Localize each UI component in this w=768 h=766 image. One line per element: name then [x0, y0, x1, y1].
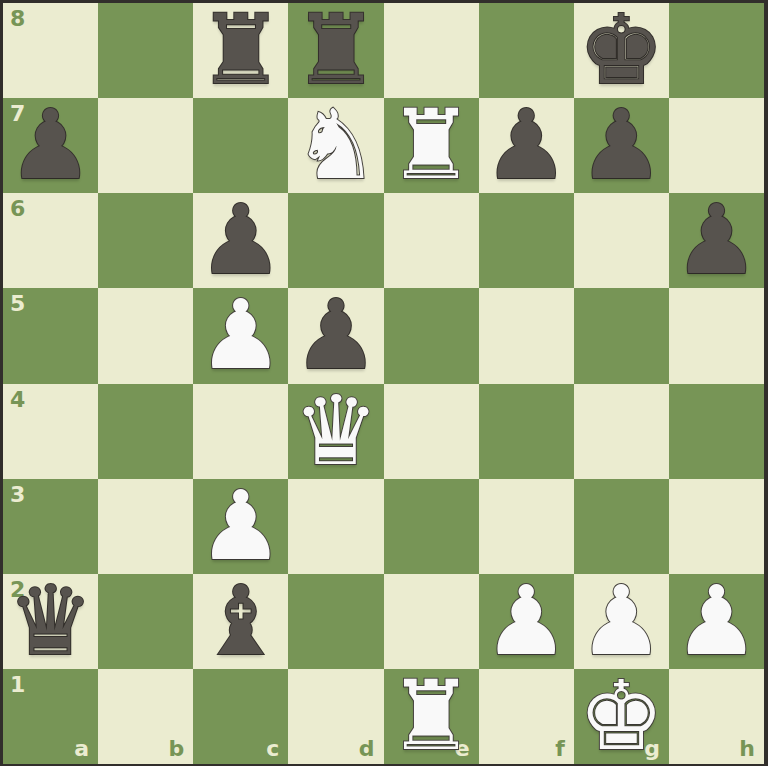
square-c2[interactable]: ♝ — [193, 574, 288, 669]
square-a2[interactable]: 2♛ — [3, 574, 98, 669]
white-rook: ♜ — [388, 98, 474, 193]
square-d2[interactable] — [288, 574, 383, 669]
square-g8[interactable]: ♚ — [574, 3, 669, 98]
square-c6[interactable]: ♟ — [193, 193, 288, 288]
square-f2[interactable]: ♟ — [479, 574, 574, 669]
white-pawn: ♟ — [483, 574, 569, 669]
black-pawn: ♟ — [673, 193, 759, 288]
square-h5[interactable] — [669, 288, 764, 383]
square-a3[interactable]: 3 — [3, 479, 98, 574]
white-rook: ♜ — [388, 669, 474, 764]
square-h6[interactable]: ♟ — [669, 193, 764, 288]
board-frame: 8♜♜♚7♟♞♜♟♟6♟♟5♟♟4♛3♟2♛♝♟♟♟1abcde♜fg♚h — [0, 0, 768, 766]
square-c8[interactable]: ♜ — [193, 3, 288, 98]
square-d7[interactable]: ♞ — [288, 98, 383, 193]
square-f8[interactable] — [479, 3, 574, 98]
square-h8[interactable] — [669, 3, 764, 98]
square-g6[interactable] — [574, 193, 669, 288]
file-label-f: f — [555, 738, 565, 760]
square-a1[interactable]: 1a — [3, 669, 98, 764]
square-e7[interactable]: ♜ — [384, 98, 479, 193]
black-queen: ♛ — [8, 574, 94, 669]
square-c5[interactable]: ♟ — [193, 288, 288, 383]
white-pawn: ♟ — [198, 479, 284, 574]
black-pawn: ♟ — [293, 288, 379, 383]
square-d6[interactable] — [288, 193, 383, 288]
square-e6[interactable] — [384, 193, 479, 288]
square-e3[interactable] — [384, 479, 479, 574]
square-c3[interactable]: ♟ — [193, 479, 288, 574]
black-bishop: ♝ — [198, 574, 284, 669]
square-e8[interactable] — [384, 3, 479, 98]
black-rook: ♜ — [293, 3, 379, 98]
rank-label-8: 8 — [10, 8, 25, 30]
square-d4[interactable]: ♛ — [288, 384, 383, 479]
square-d3[interactable] — [288, 479, 383, 574]
file-label-h: h — [739, 738, 755, 760]
square-f5[interactable] — [479, 288, 574, 383]
white-queen: ♛ — [293, 384, 379, 479]
square-e4[interactable] — [384, 384, 479, 479]
file-label-a: a — [74, 738, 89, 760]
square-h2[interactable]: ♟ — [669, 574, 764, 669]
square-h3[interactable] — [669, 479, 764, 574]
white-king: ♚ — [578, 669, 664, 764]
square-d1[interactable]: d — [288, 669, 383, 764]
square-e1[interactable]: e♜ — [384, 669, 479, 764]
square-f6[interactable] — [479, 193, 574, 288]
square-h4[interactable] — [669, 384, 764, 479]
square-a7[interactable]: 7♟ — [3, 98, 98, 193]
square-b5[interactable] — [98, 288, 193, 383]
white-pawn: ♟ — [673, 574, 759, 669]
square-f7[interactable]: ♟ — [479, 98, 574, 193]
square-d8[interactable]: ♜ — [288, 3, 383, 98]
square-f4[interactable] — [479, 384, 574, 479]
file-label-b: b — [169, 738, 185, 760]
black-king: ♚ — [578, 3, 664, 98]
white-pawn: ♟ — [198, 288, 284, 383]
square-g4[interactable] — [574, 384, 669, 479]
black-pawn: ♟ — [578, 98, 664, 193]
square-b4[interactable] — [98, 384, 193, 479]
square-f3[interactable] — [479, 479, 574, 574]
square-c1[interactable]: c — [193, 669, 288, 764]
square-d5[interactable]: ♟ — [288, 288, 383, 383]
square-h7[interactable] — [669, 98, 764, 193]
square-b8[interactable] — [98, 3, 193, 98]
square-a5[interactable]: 5 — [3, 288, 98, 383]
square-f1[interactable]: f — [479, 669, 574, 764]
square-c4[interactable] — [193, 384, 288, 479]
chess-board: 8♜♜♚7♟♞♜♟♟6♟♟5♟♟4♛3♟2♛♝♟♟♟1abcde♜fg♚h — [3, 3, 764, 764]
rank-label-5: 5 — [10, 293, 25, 315]
file-label-e: e — [455, 738, 470, 760]
square-g7[interactable]: ♟ — [574, 98, 669, 193]
file-label-c: c — [266, 738, 279, 760]
rank-label-2: 2 — [10, 579, 25, 601]
file-label-g: g — [644, 738, 660, 760]
square-b1[interactable]: b — [98, 669, 193, 764]
square-c7[interactable] — [193, 98, 288, 193]
rank-label-6: 6 — [10, 198, 25, 220]
square-b6[interactable] — [98, 193, 193, 288]
white-knight: ♞ — [293, 98, 379, 193]
black-rook: ♜ — [198, 3, 284, 98]
rank-label-1: 1 — [10, 674, 25, 696]
rank-label-3: 3 — [10, 484, 25, 506]
square-g2[interactable]: ♟ — [574, 574, 669, 669]
square-b2[interactable] — [98, 574, 193, 669]
square-a8[interactable]: 8 — [3, 3, 98, 98]
square-b3[interactable] — [98, 479, 193, 574]
black-pawn: ♟ — [483, 98, 569, 193]
white-pawn: ♟ — [578, 574, 664, 669]
square-h1[interactable]: h — [669, 669, 764, 764]
square-g5[interactable] — [574, 288, 669, 383]
square-g3[interactable] — [574, 479, 669, 574]
black-pawn: ♟ — [8, 98, 94, 193]
file-label-d: d — [359, 738, 375, 760]
black-pawn: ♟ — [198, 193, 284, 288]
square-e5[interactable] — [384, 288, 479, 383]
square-e2[interactable] — [384, 574, 479, 669]
square-b7[interactable] — [98, 98, 193, 193]
square-g1[interactable]: g♚ — [574, 669, 669, 764]
rank-label-4: 4 — [10, 389, 25, 411]
rank-label-7: 7 — [10, 103, 25, 125]
square-a4[interactable]: 4 — [3, 384, 98, 479]
square-a6[interactable]: 6 — [3, 193, 98, 288]
